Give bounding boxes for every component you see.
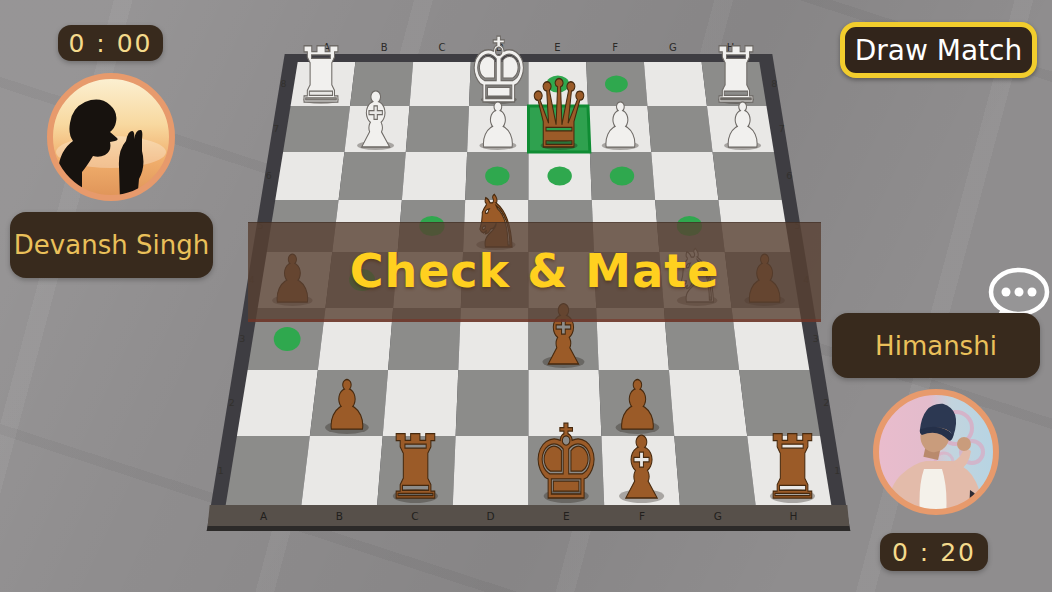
file-label-top-B: B [381,42,388,53]
square-g8[interactable] [644,62,707,106]
square-g7[interactable] [647,106,712,152]
piece-wR-a8[interactable]: ♜ [294,30,348,119]
square-c7[interactable] [406,106,469,152]
checkmate-banner: Check & Mate [248,222,821,322]
piece-bR-h1[interactable]: ♜ [762,417,823,520]
piece-bP-b2[interactable]: ♟ [323,367,370,445]
board-front-face [208,505,850,526]
file-label-bottom-D: D [487,510,495,522]
square-g2[interactable] [669,370,747,436]
rank-label-right-6: 6 [786,170,792,181]
square-c6[interactable] [402,152,467,200]
piece-wP-d7[interactable]: ♟ [476,89,519,161]
square-d1[interactable] [453,436,529,505]
rank-label-right-8: 8 [771,78,777,89]
square-g6[interactable] [651,152,718,200]
checkmate-banner-text: Check & Mate [350,244,720,298]
file-label-bottom-A: A [260,510,268,522]
move-hint-a3 [274,327,301,351]
square-a6[interactable] [275,152,344,200]
piece-bR-c1[interactable]: ♜ [385,417,446,520]
piece-bB-f1[interactable]: ♝ [612,419,672,518]
file-label-top-F: F [612,42,618,53]
rank-label-right-3: 3 [813,333,819,344]
move-hint-f6 [610,167,634,186]
piece-bK-e1[interactable]: ♚ [530,403,602,522]
file-label-top-C: C [438,42,445,53]
rank-label-left-6: 6 [266,170,272,181]
square-c8[interactable] [410,62,471,106]
file-label-bottom-B: B [336,510,343,522]
rank-label-left-3: 3 [239,333,245,344]
rank-label-right-1: 1 [834,465,840,476]
square-g1[interactable] [674,436,755,505]
board-shadow [207,526,851,531]
square-a1[interactable] [226,436,310,505]
square-a2[interactable] [237,370,318,436]
file-label-top-E: E [554,42,560,53]
rank-label-right-2: 2 [823,397,829,408]
piece-bQ-e7[interactable]: ♛ [526,60,592,169]
rank-label-left-7: 7 [273,123,279,134]
rank-label-left-8: 8 [281,78,287,89]
file-label-bottom-G: G [714,510,722,522]
rank-label-right-7: 7 [779,123,785,134]
square-d2[interactable] [456,370,529,436]
square-b1[interactable] [301,436,382,505]
piece-wB-b7[interactable]: ♝ [349,76,403,165]
rank-label-left-2: 2 [229,397,235,408]
piece-wP-f7[interactable]: ♟ [599,89,642,161]
rank-label-left-1: 1 [218,465,224,476]
file-label-top-G: G [669,42,677,53]
piece-wP-h7[interactable]: ♟ [721,89,764,161]
